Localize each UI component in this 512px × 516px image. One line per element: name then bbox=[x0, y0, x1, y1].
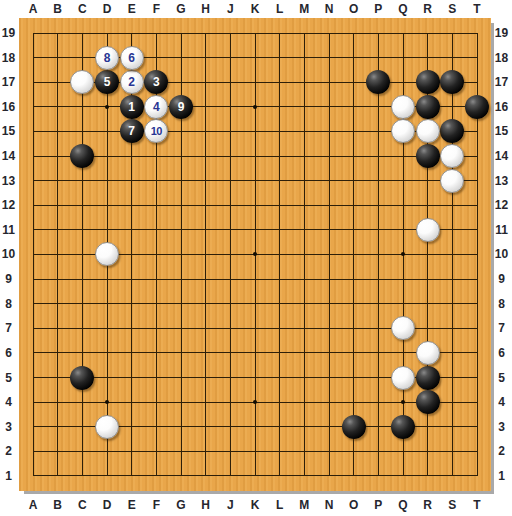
white-stone[interactable] bbox=[95, 415, 119, 439]
column-label: L bbox=[276, 499, 283, 511]
black-stone[interactable] bbox=[70, 144, 94, 168]
column-label: D bbox=[103, 3, 112, 15]
row-label: 15 bbox=[495, 125, 508, 137]
row-label: 10 bbox=[2, 248, 15, 260]
star-point bbox=[401, 400, 405, 404]
row-label: 17 bbox=[495, 76, 508, 88]
column-label: B bbox=[53, 499, 62, 511]
column-label: T bbox=[473, 3, 480, 15]
white-stone[interactable] bbox=[391, 316, 415, 340]
star-point bbox=[253, 105, 257, 109]
column-label: C bbox=[78, 499, 87, 511]
row-label: 12 bbox=[2, 199, 15, 211]
white-stone[interactable] bbox=[440, 169, 464, 193]
white-stone[interactable] bbox=[391, 366, 415, 390]
black-stone[interactable] bbox=[416, 70, 440, 94]
move-number: 6 bbox=[128, 52, 135, 64]
grid-line-horizontal bbox=[33, 451, 478, 452]
column-label: E bbox=[128, 499, 136, 511]
column-label: C bbox=[78, 3, 87, 15]
column-label: G bbox=[176, 499, 185, 511]
row-label: 8 bbox=[5, 298, 12, 310]
column-label: R bbox=[423, 499, 432, 511]
column-label: P bbox=[374, 3, 382, 15]
black-stone[interactable]: 3 bbox=[144, 70, 168, 94]
black-stone[interactable] bbox=[440, 70, 464, 94]
row-label: 11 bbox=[2, 224, 15, 236]
grid-line-horizontal bbox=[33, 352, 478, 353]
column-label: H bbox=[201, 3, 210, 15]
move-number: 5 bbox=[104, 76, 111, 88]
black-stone[interactable] bbox=[391, 415, 415, 439]
row-label: 11 bbox=[495, 224, 508, 236]
column-label: R bbox=[423, 3, 432, 15]
row-label: 15 bbox=[2, 125, 15, 137]
black-stone[interactable]: 7 bbox=[120, 119, 144, 143]
white-stone[interactable] bbox=[95, 242, 119, 266]
black-stone[interactable] bbox=[440, 119, 464, 143]
row-label: 19 bbox=[495, 27, 508, 39]
grid-line-vertical bbox=[279, 33, 280, 477]
column-label: H bbox=[201, 499, 210, 511]
black-stone[interactable] bbox=[465, 95, 489, 119]
star-point bbox=[253, 252, 257, 256]
black-stone[interactable]: 1 bbox=[120, 95, 144, 119]
row-label: 4 bbox=[5, 396, 12, 408]
row-label: 16 bbox=[495, 101, 508, 113]
move-number: 7 bbox=[128, 125, 135, 137]
column-label: J bbox=[227, 499, 234, 511]
row-label: 6 bbox=[498, 347, 505, 359]
grid-line-horizontal bbox=[33, 475, 478, 476]
white-stone[interactable] bbox=[391, 119, 415, 143]
column-label: M bbox=[299, 3, 309, 15]
column-label: K bbox=[251, 499, 260, 511]
column-label: P bbox=[374, 499, 382, 511]
row-label: 1 bbox=[498, 470, 505, 482]
row-label: 14 bbox=[2, 150, 15, 162]
row-label: 18 bbox=[2, 52, 15, 64]
column-label: O bbox=[349, 499, 358, 511]
row-label: 2 bbox=[498, 445, 505, 457]
row-label: 18 bbox=[495, 52, 508, 64]
move-number: 1 bbox=[128, 101, 135, 113]
star-point bbox=[105, 400, 109, 404]
white-stone[interactable]: 6 bbox=[120, 46, 144, 70]
row-label: 16 bbox=[2, 101, 15, 113]
move-number: 4 bbox=[153, 101, 160, 113]
column-label: F bbox=[153, 499, 160, 511]
grid-line-vertical bbox=[452, 33, 453, 477]
row-label: 8 bbox=[498, 298, 505, 310]
column-label: G bbox=[176, 3, 185, 15]
grid-line-vertical bbox=[378, 33, 379, 477]
white-stone[interactable] bbox=[416, 218, 440, 242]
row-label: 5 bbox=[5, 372, 12, 384]
column-label: B bbox=[53, 3, 62, 15]
column-label: T bbox=[473, 499, 480, 511]
move-number: 10 bbox=[151, 126, 162, 137]
move-number: 9 bbox=[178, 101, 185, 113]
column-label: A bbox=[29, 499, 38, 511]
grid-line-vertical bbox=[329, 33, 330, 477]
row-label: 3 bbox=[5, 421, 12, 433]
black-stone[interactable]: 5 bbox=[95, 70, 119, 94]
row-label: 3 bbox=[498, 421, 505, 433]
row-label: 10 bbox=[495, 248, 508, 260]
grid-line-horizontal bbox=[33, 279, 478, 280]
row-label: 1 bbox=[5, 470, 12, 482]
column-label: D bbox=[103, 499, 112, 511]
row-label: 7 bbox=[498, 322, 505, 334]
column-label: F bbox=[153, 3, 160, 15]
row-label: 5 bbox=[498, 372, 505, 384]
star-point bbox=[253, 400, 257, 404]
row-label: 14 bbox=[495, 150, 508, 162]
grid-line-vertical bbox=[304, 33, 305, 477]
white-stone[interactable]: 10 bbox=[144, 119, 168, 143]
white-stone[interactable]: 2 bbox=[120, 70, 144, 94]
star-point bbox=[401, 252, 405, 256]
row-label: 4 bbox=[498, 396, 505, 408]
column-label: J bbox=[227, 3, 234, 15]
move-number: 8 bbox=[104, 52, 111, 64]
row-label: 2 bbox=[5, 445, 12, 457]
column-label: K bbox=[251, 3, 260, 15]
black-stone[interactable] bbox=[416, 95, 440, 119]
row-label: 13 bbox=[495, 175, 508, 187]
row-label: 6 bbox=[5, 347, 12, 359]
black-stone[interactable]: 9 bbox=[169, 95, 193, 119]
white-stone[interactable] bbox=[391, 95, 415, 119]
white-stone[interactable]: 8 bbox=[95, 46, 119, 70]
column-label: O bbox=[349, 3, 358, 15]
white-stone[interactable]: 4 bbox=[144, 95, 168, 119]
column-label: Q bbox=[398, 3, 407, 15]
column-label: Q bbox=[398, 499, 407, 511]
star-point bbox=[105, 105, 109, 109]
black-stone[interactable] bbox=[342, 415, 366, 439]
row-label: 9 bbox=[498, 273, 505, 285]
row-label: 9 bbox=[5, 273, 12, 285]
black-stone[interactable] bbox=[416, 144, 440, 168]
move-number: 2 bbox=[128, 76, 135, 88]
white-stone[interactable] bbox=[416, 341, 440, 365]
white-stone[interactable] bbox=[416, 119, 440, 143]
grid-line-vertical bbox=[353, 33, 354, 477]
row-label: 7 bbox=[5, 322, 12, 334]
row-label: 13 bbox=[2, 175, 15, 187]
column-label: N bbox=[325, 499, 334, 511]
move-number: 3 bbox=[153, 76, 160, 88]
column-label: L bbox=[276, 3, 283, 15]
column-label: E bbox=[128, 3, 136, 15]
column-label: S bbox=[448, 499, 456, 511]
row-label: 17 bbox=[2, 76, 15, 88]
go-board[interactable]: 12345678910 bbox=[19, 18, 491, 491]
column-label: S bbox=[448, 3, 456, 15]
black-stone[interactable] bbox=[416, 390, 440, 414]
row-label: 19 bbox=[2, 27, 15, 39]
black-stone[interactable] bbox=[416, 366, 440, 390]
black-stone[interactable] bbox=[366, 70, 390, 94]
column-label: A bbox=[29, 3, 38, 15]
white-stone[interactable] bbox=[440, 144, 464, 168]
grid-line-horizontal bbox=[33, 303, 478, 304]
column-label: M bbox=[299, 499, 309, 511]
row-label: 12 bbox=[495, 199, 508, 211]
black-stone[interactable] bbox=[70, 366, 94, 390]
white-stone[interactable] bbox=[70, 70, 94, 94]
column-label: N bbox=[325, 3, 334, 15]
